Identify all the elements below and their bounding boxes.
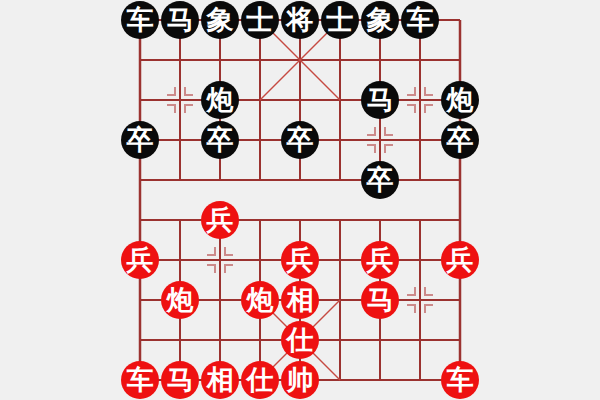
black-soldier-piece[interactable]: 卒: [121, 121, 159, 159]
black-elephant-piece[interactable]: 象: [201, 1, 239, 39]
red-soldier-piece[interactable]: 兵: [281, 241, 319, 279]
red-elephant-piece[interactable]: 相: [201, 361, 239, 399]
black-horse-piece[interactable]: 马: [361, 81, 399, 119]
red-horse-piece[interactable]: 马: [361, 281, 399, 319]
red-cannon-piece[interactable]: 炮: [241, 281, 279, 319]
black-soldier-piece[interactable]: 卒: [361, 161, 399, 199]
black-horse-piece[interactable]: 马: [161, 1, 199, 39]
red-soldier-piece[interactable]: 兵: [201, 201, 239, 239]
black-soldier-piece[interactable]: 卒: [441, 121, 479, 159]
red-general-piece[interactable]: 帅: [281, 361, 319, 399]
piece-layer: 车马象士将士象车炮马炮卒卒卒卒卒兵兵兵兵兵炮炮相马仕车马相仕帅车: [0, 0, 600, 400]
red-rook-piece[interactable]: 车: [121, 361, 159, 399]
black-general-piece[interactable]: 将: [281, 1, 319, 39]
black-advisor-piece[interactable]: 士: [321, 1, 359, 39]
black-rook-piece[interactable]: 车: [401, 1, 439, 39]
black-elephant-piece[interactable]: 象: [361, 1, 399, 39]
red-elephant-piece[interactable]: 相: [281, 281, 319, 319]
black-rook-piece[interactable]: 车: [121, 1, 159, 39]
red-soldier-piece[interactable]: 兵: [121, 241, 159, 279]
black-soldier-piece[interactable]: 卒: [281, 121, 319, 159]
red-soldier-piece[interactable]: 兵: [361, 241, 399, 279]
black-cannon-piece[interactable]: 炮: [441, 81, 479, 119]
red-advisor-piece[interactable]: 仕: [281, 321, 319, 359]
xiangqi-app: 车马象士将士象车炮马炮卒卒卒卒卒兵兵兵兵兵炮炮相马仕车马相仕帅车: [0, 0, 600, 400]
black-advisor-piece[interactable]: 士: [241, 1, 279, 39]
red-soldier-piece[interactable]: 兵: [441, 241, 479, 279]
red-horse-piece[interactable]: 马: [161, 361, 199, 399]
black-soldier-piece[interactable]: 卒: [201, 121, 239, 159]
black-cannon-piece[interactable]: 炮: [201, 81, 239, 119]
red-cannon-piece[interactable]: 炮: [161, 281, 199, 319]
red-rook-piece[interactable]: 车: [441, 361, 479, 399]
red-advisor-piece[interactable]: 仕: [241, 361, 279, 399]
xiangqi-board: 车马象士将士象车炮马炮卒卒卒卒卒兵兵兵兵兵炮炮相马仕车马相仕帅车: [0, 0, 600, 400]
